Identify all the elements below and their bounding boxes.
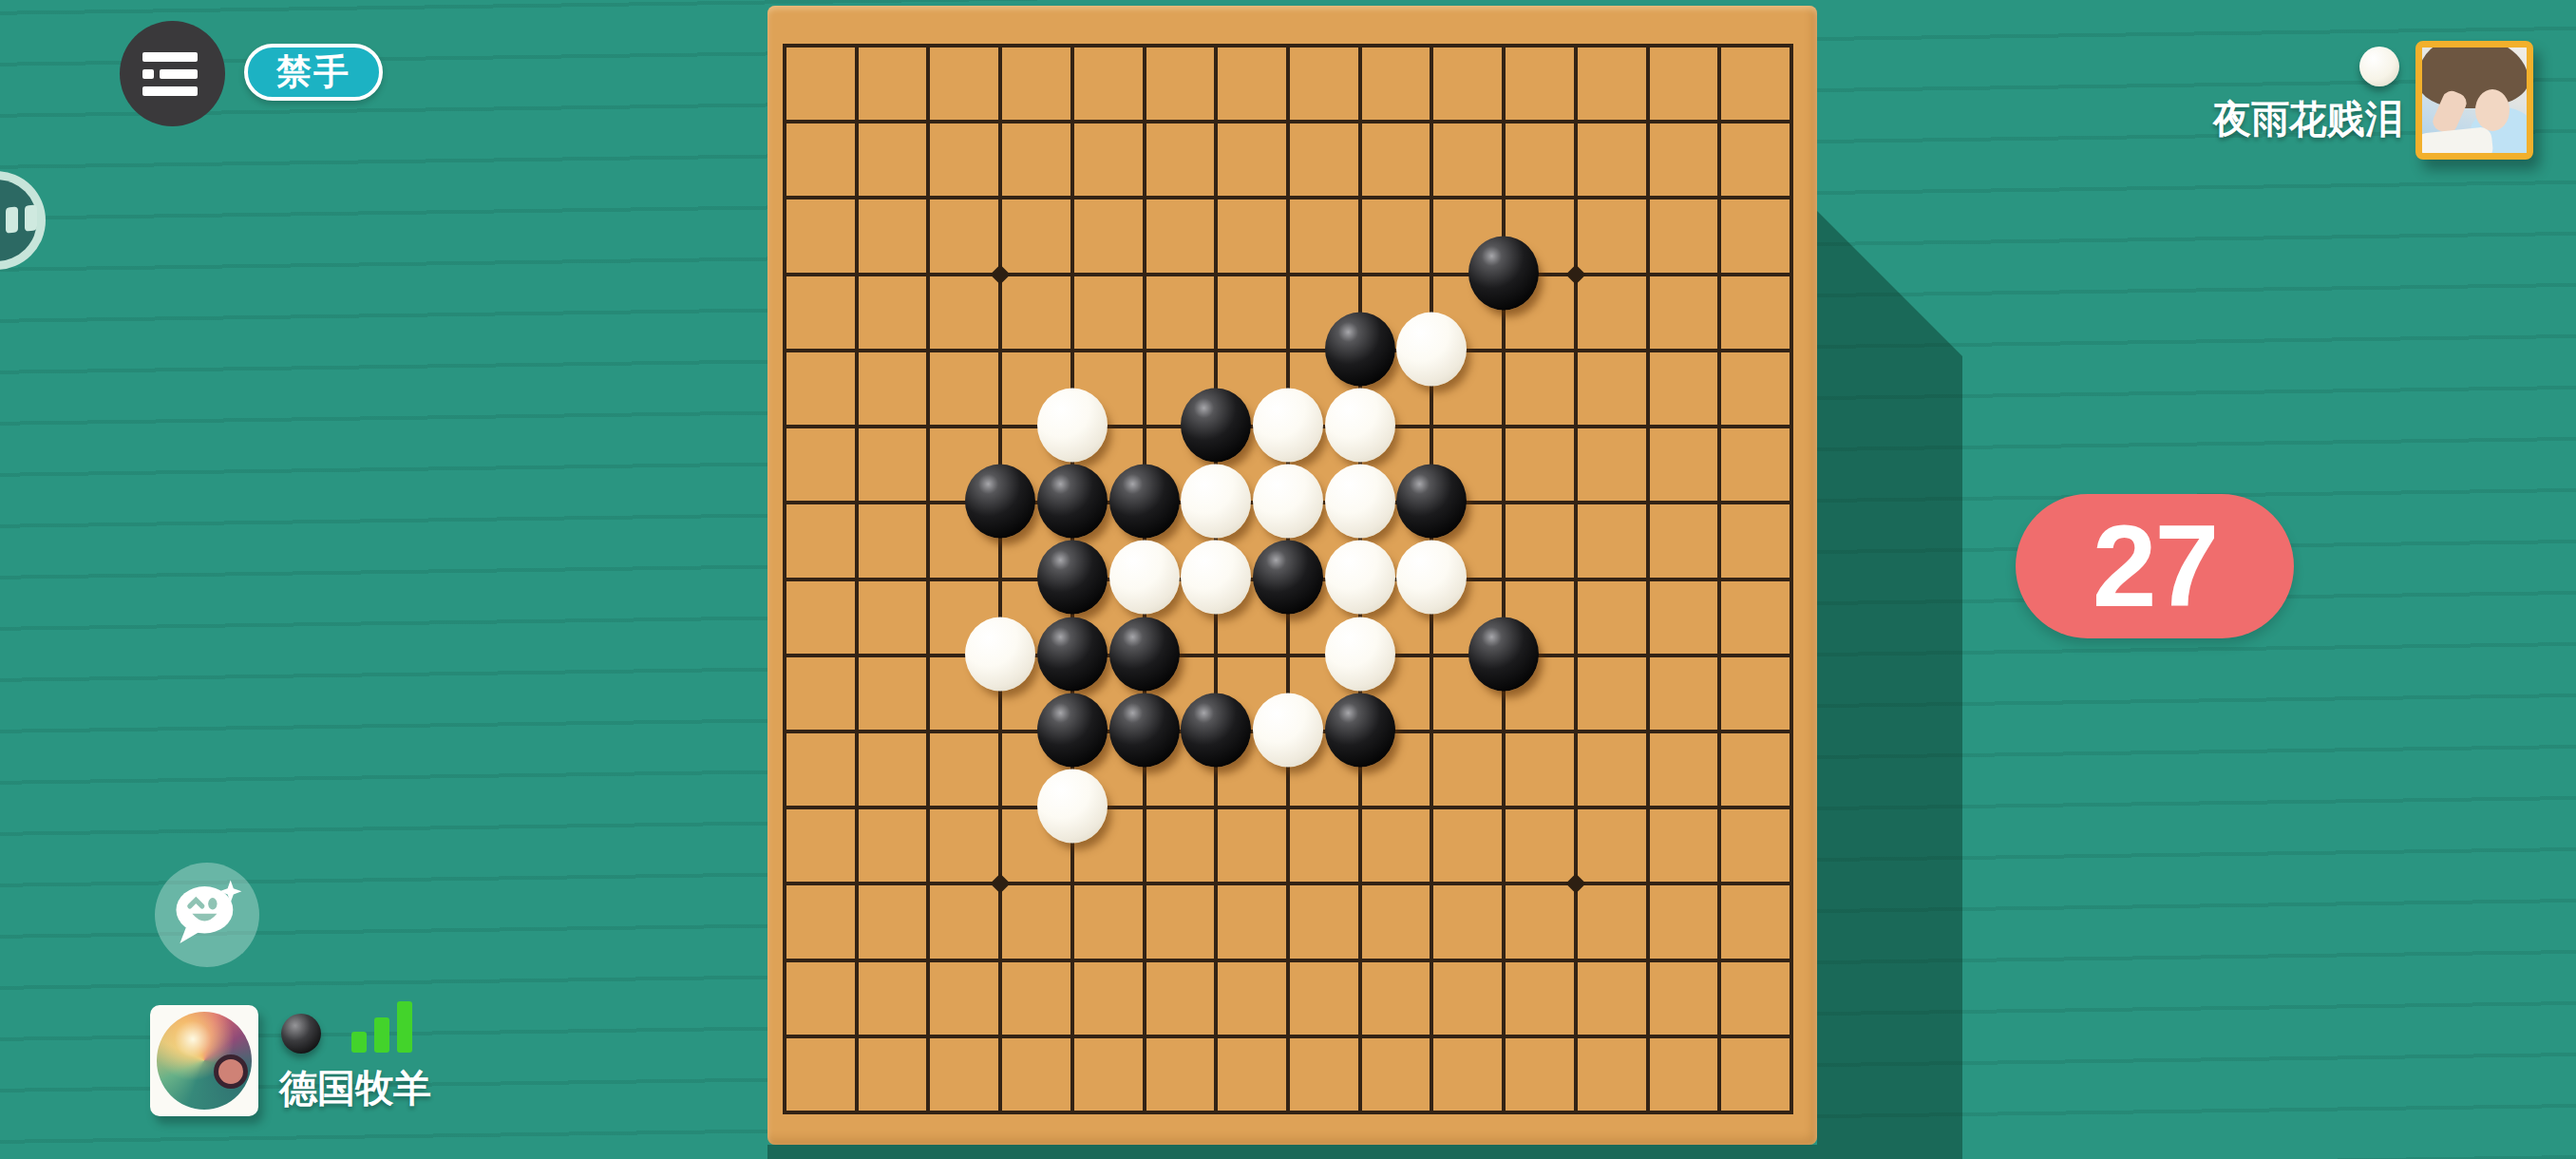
stone-white	[1253, 693, 1323, 767]
stone-white	[1037, 769, 1108, 844]
stone-black	[1253, 541, 1323, 615]
stone-black	[1181, 388, 1251, 462]
move-timer-value: 27	[2093, 500, 2218, 633]
grid-line	[783, 959, 1793, 962]
stone-black	[1468, 236, 1539, 310]
gomoku-board[interactable]	[767, 6, 1817, 1145]
stone-white	[1325, 617, 1395, 691]
stone-black	[1037, 465, 1108, 539]
stone-white	[965, 617, 1035, 691]
grid-line	[783, 806, 1793, 809]
forbidden-move-label: 禁手	[276, 48, 350, 96]
stone-black	[1109, 693, 1180, 767]
stone-white	[1325, 465, 1395, 539]
stone-white	[1325, 388, 1395, 462]
player-black-name: 德国牧羊	[279, 1062, 431, 1114]
chat-emote-icon	[170, 878, 244, 952]
grid-line	[1790, 44, 1793, 1114]
stone-white	[1253, 388, 1323, 462]
chat-button[interactable]	[155, 863, 259, 967]
grid-line	[1646, 44, 1650, 1114]
star-point	[1565, 874, 1585, 894]
grid-line	[783, 1111, 1793, 1114]
white-stone-indicator	[2359, 47, 2399, 86]
stone-white	[1037, 388, 1108, 462]
black-stone-indicator	[281, 1014, 321, 1054]
grid-line	[1502, 44, 1506, 1114]
player-white-name: 夜雨花贱泪	[2213, 93, 2403, 145]
player-white-avatar[interactable]	[2415, 41, 2533, 160]
stone-white	[1396, 312, 1467, 386]
avatar-portrait-image	[2422, 47, 2527, 153]
stone-white	[1253, 465, 1323, 539]
pause-tab[interactable]	[0, 171, 46, 270]
grid-line	[1574, 44, 1578, 1114]
stone-black	[965, 465, 1035, 539]
stone-black	[1325, 693, 1395, 767]
grid-line	[783, 882, 1793, 885]
gomoku-game-screen: { "game": { "name": "Gomoku", "name_cn":…	[0, 0, 2576, 1159]
stone-black	[1109, 617, 1180, 691]
stone-black	[1181, 693, 1251, 767]
stone-black	[1396, 465, 1467, 539]
grid-line	[1717, 44, 1721, 1114]
stone-black	[1325, 312, 1395, 386]
grid-line	[783, 1035, 1793, 1038]
star-point	[991, 264, 1011, 284]
stone-white	[1325, 541, 1395, 615]
stone-black	[1109, 465, 1180, 539]
stone-white	[1181, 465, 1251, 539]
stone-black	[1037, 541, 1108, 615]
connection-signal-icon	[351, 1001, 418, 1053]
stone-white	[1396, 541, 1467, 615]
menu-button[interactable]	[120, 21, 225, 126]
avatar-orb-image	[157, 1012, 252, 1110]
stone-black	[1468, 617, 1539, 691]
grid-line	[783, 654, 1793, 657]
stone-white	[1109, 541, 1180, 615]
stone-black	[1037, 693, 1108, 767]
forbidden-move-badge[interactable]: 禁手	[244, 44, 383, 101]
move-timer: 27	[2016, 494, 2294, 638]
player-black-avatar[interactable]	[150, 1005, 258, 1116]
star-point	[1565, 264, 1585, 284]
star-point	[991, 874, 1011, 894]
stone-white	[1181, 541, 1251, 615]
stone-black	[1037, 617, 1108, 691]
